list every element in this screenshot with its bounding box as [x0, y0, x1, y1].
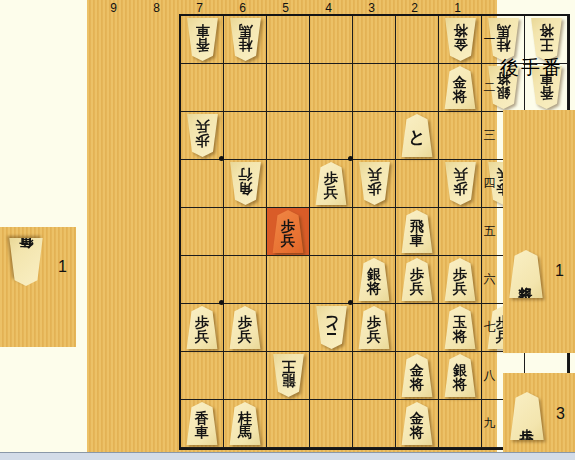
shogi-board-panel: 987654321 香車桂馬金将桂馬王将金将銀将香車歩兵と角行歩兵歩兵歩兵歩兵歩… — [87, 0, 497, 452]
piece-sente-金将[interactable]: 金将 — [400, 402, 435, 445]
hand-piece-gote-bishop[interactable]: 角行 — [7, 238, 45, 286]
square-7九[interactable] — [267, 400, 310, 448]
rank-label-一: 一 — [481, 31, 498, 48]
rank-label-九: 九 — [481, 415, 498, 432]
square-7五[interactable]: 歩兵 — [267, 208, 310, 256]
square-5二[interactable] — [353, 64, 396, 112]
square-6二[interactable] — [310, 64, 353, 112]
sente-silver-count: 1 — [555, 262, 564, 280]
piece-sente-歩兵[interactable]: 歩兵 — [185, 306, 220, 349]
square-5八[interactable] — [353, 352, 396, 400]
square-5七[interactable]: 歩兵 — [353, 304, 396, 352]
square-7三[interactable] — [267, 112, 310, 160]
hand-piece-sente-silver[interactable]: 銀将 — [507, 250, 545, 298]
piece-gote-と[interactable]: と — [314, 306, 349, 349]
square-8四[interactable]: 角行 — [224, 160, 267, 208]
shogi-app-window: 987654321 香車桂馬金将桂馬王将金将銀将香車歩兵と角行歩兵歩兵歩兵歩兵歩… — [0, 0, 575, 460]
square-8九[interactable]: 桂馬 — [224, 400, 267, 448]
square-3五[interactable] — [439, 208, 482, 256]
piece-gote-龍王[interactable]: 龍王 — [271, 354, 306, 397]
square-8五[interactable] — [224, 208, 267, 256]
rank-label-三: 三 — [481, 127, 498, 144]
square-6八[interactable] — [310, 352, 353, 400]
piece-sente-香車[interactable]: 香車 — [185, 402, 220, 445]
file-label-6: 6 — [221, 1, 264, 15]
square-6四[interactable]: 歩兵 — [310, 160, 353, 208]
piece-sente-歩兵[interactable]: 歩兵 — [357, 306, 392, 349]
star-point — [348, 300, 353, 305]
square-9二[interactable] — [181, 64, 224, 112]
square-5五[interactable] — [353, 208, 396, 256]
square-6三[interactable] — [310, 112, 353, 160]
file-label-8: 8 — [135, 1, 178, 15]
square-4八[interactable]: 金将 — [396, 352, 439, 400]
piece-gote-金将[interactable]: 金将 — [443, 18, 478, 61]
turn-indicator: 後手番 — [500, 55, 563, 81]
square-8八[interactable] — [224, 352, 267, 400]
rank-label-五: 五 — [481, 223, 498, 240]
square-4四[interactable] — [396, 160, 439, 208]
piece-sente-金将[interactable]: 金将 — [400, 354, 435, 397]
star-point — [219, 156, 224, 161]
square-9一[interactable]: 香車 — [181, 16, 224, 64]
file-label-9: 9 — [92, 1, 135, 15]
sente-pawn-count: 3 — [556, 405, 565, 423]
rank-label-七: 七 — [481, 319, 498, 336]
piece-sente-桂馬[interactable]: 桂馬 — [228, 402, 263, 445]
square-8六[interactable] — [224, 256, 267, 304]
square-4二[interactable] — [396, 64, 439, 112]
piece-sente-飛車[interactable]: 飛車 — [400, 210, 435, 253]
piece-sente-と[interactable]: と — [400, 114, 435, 157]
file-label-1: 1 — [436, 1, 479, 15]
square-5一[interactable] — [353, 16, 396, 64]
square-3九[interactable] — [439, 400, 482, 448]
square-4三[interactable]: と — [396, 112, 439, 160]
piece-sente-銀将[interactable]: 銀将 — [443, 354, 478, 397]
piece-gote-歩兵[interactable]: 歩兵 — [357, 162, 392, 205]
square-3四[interactable]: 歩兵 — [439, 160, 482, 208]
file-label-2: 2 — [393, 1, 436, 15]
rank-label-八: 八 — [481, 367, 498, 384]
piece-sente-歩兵[interactable]: 歩兵 — [443, 258, 478, 301]
square-9六[interactable] — [181, 256, 224, 304]
star-point — [219, 300, 224, 305]
square-4六[interactable]: 歩兵 — [396, 256, 439, 304]
piece-sente-歩兵[interactable]: 歩兵 — [228, 306, 263, 349]
piece-sente-銀将[interactable]: 銀将 — [357, 258, 392, 301]
piece-gote-香車[interactable]: 香車 — [185, 18, 220, 61]
square-6六[interactable] — [310, 256, 353, 304]
piece-sente-玉将[interactable]: 玉将 — [443, 306, 478, 349]
window-bottom-edge — [0, 452, 575, 460]
piece-gote-角行[interactable]: 角行 — [228, 162, 263, 205]
square-3二[interactable]: 金将 — [439, 64, 482, 112]
file-label-4: 4 — [307, 1, 350, 15]
file-label-3: 3 — [350, 1, 393, 15]
square-5九[interactable] — [353, 400, 396, 448]
gote-bishop-count: 1 — [58, 258, 67, 276]
square-7二[interactable] — [267, 64, 310, 112]
star-point — [348, 156, 353, 161]
square-9三[interactable]: 歩兵 — [181, 112, 224, 160]
rank-label-四: 四 — [481, 175, 498, 192]
rank-label-六: 六 — [481, 271, 498, 288]
square-8二[interactable] — [224, 64, 267, 112]
square-9八[interactable] — [181, 352, 224, 400]
square-7四[interactable] — [267, 160, 310, 208]
square-6五[interactable] — [310, 208, 353, 256]
square-7七[interactable] — [267, 304, 310, 352]
piece-sente-歩兵[interactable]: 歩兵 — [314, 162, 349, 205]
piece-gote-桂馬[interactable]: 桂馬 — [228, 18, 263, 61]
square-7八[interactable]: 龍王 — [267, 352, 310, 400]
square-4五[interactable]: 飛車 — [396, 208, 439, 256]
square-4一[interactable] — [396, 16, 439, 64]
square-3六[interactable]: 歩兵 — [439, 256, 482, 304]
piece-gote-歩兵[interactable]: 歩兵 — [185, 114, 220, 157]
square-7六[interactable] — [267, 256, 310, 304]
square-5四[interactable]: 歩兵 — [353, 160, 396, 208]
piece-sente-歩兵[interactable]: 歩兵 — [400, 258, 435, 301]
square-3八[interactable]: 銀将 — [439, 352, 482, 400]
square-6七[interactable]: と — [310, 304, 353, 352]
piece-gote-歩兵[interactable]: 歩兵 — [443, 162, 478, 205]
square-5三[interactable] — [353, 112, 396, 160]
hand-piece-sente-pawn[interactable]: 歩兵 — [508, 392, 546, 440]
square-3七[interactable]: 玉将 — [439, 304, 482, 352]
square-6九[interactable] — [310, 400, 353, 448]
rank-label-二: 二 — [481, 79, 498, 96]
square-8七[interactable]: 歩兵 — [224, 304, 267, 352]
square-5六[interactable]: 銀将 — [353, 256, 396, 304]
square-6一[interactable] — [310, 16, 353, 64]
piece-sente-歩兵[interactable]: 歩兵 — [271, 210, 306, 253]
square-4七[interactable] — [396, 304, 439, 352]
sente-hand-stand-pawn: 歩兵 3 — [503, 373, 575, 460]
square-3一[interactable]: 金将 — [439, 16, 482, 64]
square-4九[interactable]: 金将 — [396, 400, 439, 448]
square-8三[interactable] — [224, 112, 267, 160]
square-8一[interactable]: 桂馬 — [224, 16, 267, 64]
sente-hand-stand-silver: 銀将 1 — [503, 110, 575, 353]
square-7一[interactable] — [267, 16, 310, 64]
gote-hand-stand: 角行 1 — [0, 227, 76, 347]
file-label-5: 5 — [264, 1, 307, 15]
square-3三[interactable] — [439, 112, 482, 160]
square-9七[interactable]: 歩兵 — [181, 304, 224, 352]
square-9四[interactable] — [181, 160, 224, 208]
square-9五[interactable] — [181, 208, 224, 256]
piece-sente-金将[interactable]: 金将 — [443, 66, 478, 109]
square-9九[interactable]: 香車 — [181, 400, 224, 448]
file-label-7: 7 — [178, 1, 221, 15]
